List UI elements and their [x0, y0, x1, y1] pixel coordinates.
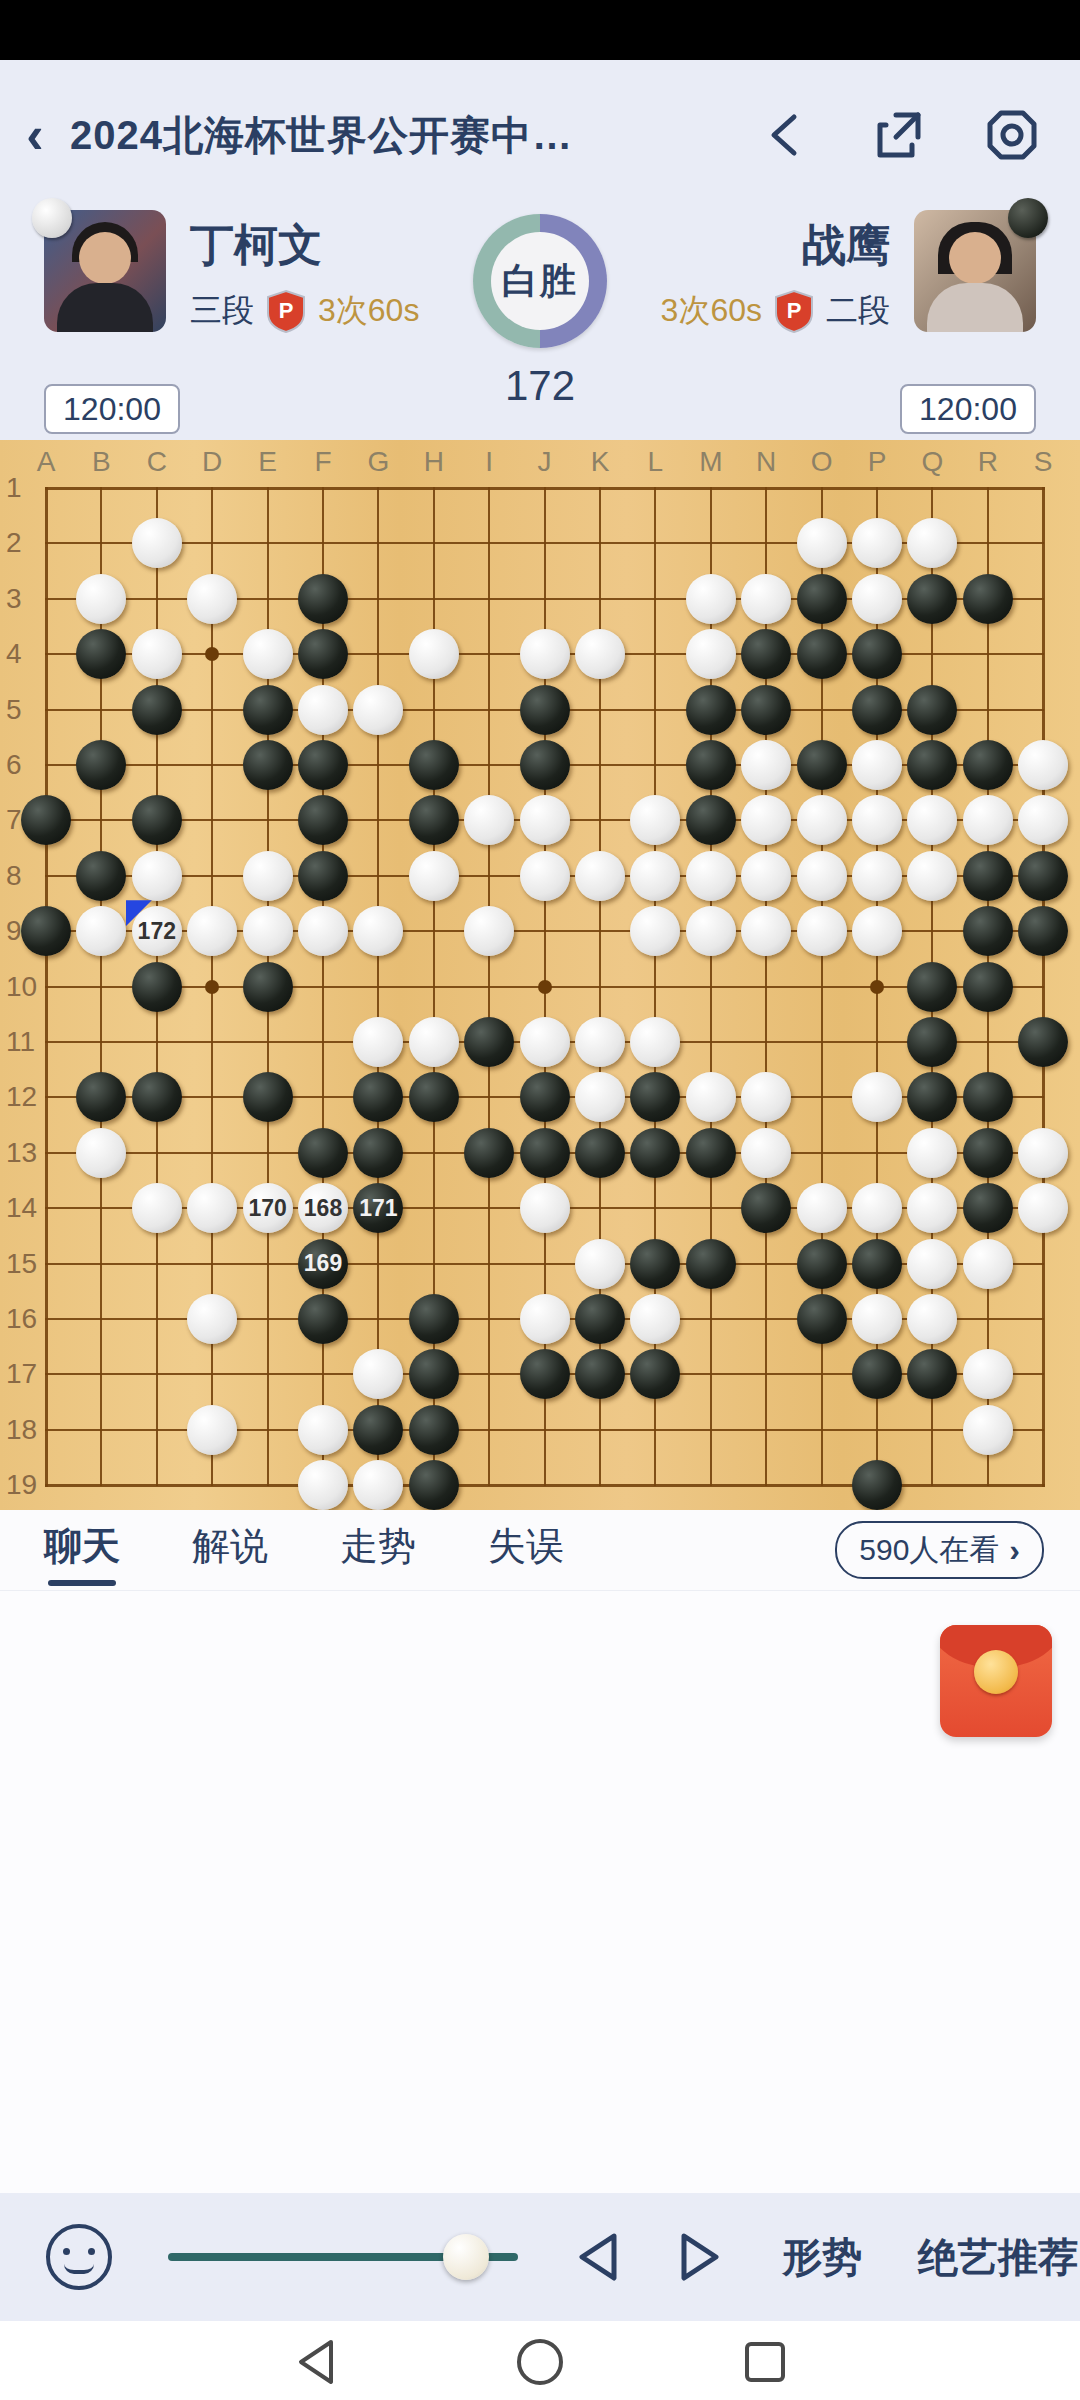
black-stone — [409, 1405, 459, 1455]
black-stone — [852, 1239, 902, 1289]
black-stone — [76, 629, 126, 679]
black-stone — [630, 1072, 680, 1122]
black-stone — [797, 1294, 847, 1344]
white-stone-badge — [32, 198, 72, 238]
coord-number: 14 — [6, 1192, 40, 1224]
white-stone — [298, 906, 348, 956]
white-stone — [520, 1294, 570, 1344]
shape-button[interactable]: 形势 — [782, 2230, 862, 2285]
white-stone — [243, 851, 293, 901]
coord-letter: S — [1034, 446, 1053, 478]
black-stone — [963, 906, 1013, 956]
black-stone — [963, 1183, 1013, 1233]
black-stone — [298, 629, 348, 679]
android-recents-icon[interactable] — [741, 2336, 789, 2388]
coord-number: 17 — [6, 1358, 40, 1390]
black-stone — [520, 685, 570, 735]
black-stone — [797, 629, 847, 679]
coord-number: 11 — [6, 1026, 40, 1058]
white-stone — [520, 1183, 570, 1233]
white-stone — [464, 906, 514, 956]
player-left-byoyomi: 3次60s — [318, 289, 419, 333]
black-stone — [243, 962, 293, 1012]
white-stone — [409, 629, 459, 679]
black-stone — [1018, 851, 1068, 901]
move-number-label: 170 — [248, 1197, 286, 1220]
white-stone — [686, 851, 736, 901]
tab-走势[interactable]: 走势 — [340, 1521, 416, 1580]
coord-letter: O — [811, 446, 833, 478]
black-stone — [797, 574, 847, 624]
black-stone — [1018, 1017, 1068, 1067]
control-bar: 形势 绝艺推荐 — [0, 2193, 1080, 2321]
white-stone — [575, 629, 625, 679]
player-right-timer: 120:00 — [900, 384, 1036, 434]
coord-letter: K — [591, 446, 610, 478]
black-stone — [907, 685, 957, 735]
white-stone: 168 — [298, 1183, 348, 1233]
black-stone — [630, 1128, 680, 1178]
coord-letter: Q — [922, 446, 944, 478]
page-title: 2024北海杯世界公开赛中… — [70, 108, 573, 163]
white-stone — [630, 851, 680, 901]
coord-number: 13 — [6, 1137, 40, 1169]
white-stone — [76, 1128, 126, 1178]
black-stone-badge — [1008, 198, 1048, 238]
move-number-label: 169 — [304, 1252, 342, 1275]
black-stone — [1018, 906, 1068, 956]
black-stone — [963, 851, 1013, 901]
white-stone — [797, 1183, 847, 1233]
ai-recommend-button[interactable]: 绝艺推荐 — [918, 2230, 1078, 2285]
white-stone — [852, 906, 902, 956]
black-stone — [630, 1349, 680, 1399]
coord-letter: N — [756, 446, 776, 478]
black-stone — [963, 962, 1013, 1012]
white-stone — [76, 906, 126, 956]
black-stone — [353, 1128, 403, 1178]
coord-letter: F — [314, 446, 331, 478]
white-stone — [187, 906, 237, 956]
move-count: 172 — [473, 362, 607, 410]
chevron-right-icon: › — [1009, 1532, 1020, 1569]
black-stone — [852, 685, 902, 735]
coord-number: 6 — [6, 749, 40, 781]
coord-letter: L — [648, 446, 664, 478]
white-stone — [630, 906, 680, 956]
black-stone — [243, 1072, 293, 1122]
player-left-avatar[interactable] — [44, 210, 166, 332]
black-stone — [298, 851, 348, 901]
coord-number: 1 — [6, 472, 40, 504]
white-stone — [353, 685, 403, 735]
white-stone — [353, 1017, 403, 1067]
black-stone — [409, 1349, 459, 1399]
white-stone — [741, 795, 791, 845]
white-stone — [353, 906, 403, 956]
black-stone — [852, 1460, 902, 1510]
white-stone — [741, 574, 791, 624]
coord-number: 12 — [6, 1081, 40, 1113]
move-number-label: 168 — [304, 1197, 342, 1220]
prev-move-button[interactable] — [572, 2230, 622, 2284]
black-stone — [686, 740, 736, 790]
black-stone — [520, 1349, 570, 1399]
white-stone — [520, 629, 570, 679]
white-stone — [741, 851, 791, 901]
result-label: 白胜 — [491, 232, 589, 330]
white-stone — [907, 795, 957, 845]
android-back-icon[interactable] — [291, 2336, 339, 2388]
white-stone — [575, 851, 625, 901]
slider-knob[interactable] — [443, 2234, 489, 2280]
white-stone — [630, 1017, 680, 1067]
coord-number: 15 — [6, 1248, 40, 1280]
white-stone — [520, 795, 570, 845]
black-stone — [575, 1128, 625, 1178]
black-stone — [353, 1405, 403, 1455]
svg-text:P: P — [279, 298, 294, 323]
white-stone — [1018, 740, 1068, 790]
white-stone — [963, 1239, 1013, 1289]
white-stone — [187, 574, 237, 624]
tab-bar: 聊天解说走势失误 590人在看 › — [0, 1510, 1080, 1591]
black-stone — [21, 795, 71, 845]
coord-letter: B — [92, 446, 111, 478]
black-stone — [132, 962, 182, 1012]
coord-letter: M — [699, 446, 722, 478]
player-left-timer: 120:00 — [44, 384, 180, 434]
white-stone — [797, 795, 847, 845]
move-number-label: 172 — [138, 920, 176, 943]
black-stone — [409, 1072, 459, 1122]
black-stone — [464, 1017, 514, 1067]
white-stone — [132, 851, 182, 901]
black-stone — [298, 740, 348, 790]
white-stone — [852, 740, 902, 790]
player-right-card: 战鹰 3次60s P 二段 — [637, 210, 1036, 333]
p-badge-icon: P — [266, 289, 306, 333]
white-stone — [575, 1017, 625, 1067]
black-stone — [575, 1349, 625, 1399]
coord-letter: R — [978, 446, 998, 478]
white-stone — [963, 795, 1013, 845]
black-stone — [907, 574, 957, 624]
android-nav-bar — [0, 2321, 1080, 2400]
white-stone — [741, 740, 791, 790]
white-stone — [907, 1294, 957, 1344]
white-stone — [298, 685, 348, 735]
black-stone — [575, 1294, 625, 1344]
white-stone — [852, 574, 902, 624]
white-stone — [76, 574, 126, 624]
black-stone — [520, 740, 570, 790]
black-stone — [409, 795, 459, 845]
player-left-name: 丁柯文 — [190, 216, 419, 275]
player-right-byoyomi: 3次60s — [661, 289, 762, 333]
black-stone — [686, 1239, 736, 1289]
player-left-card: 丁柯文 三段 P 3次60s — [44, 210, 443, 333]
coord-number: 5 — [6, 694, 40, 726]
white-stone — [907, 518, 957, 568]
white-stone — [1018, 795, 1068, 845]
white-stone — [852, 1294, 902, 1344]
red-envelope-icon[interactable] — [940, 1625, 1052, 1737]
back-icon[interactable]: ‹ — [0, 109, 70, 161]
coord-letter: J — [538, 446, 552, 478]
black-stone — [741, 685, 791, 735]
black-stone — [686, 795, 736, 845]
star-point — [205, 647, 219, 661]
emoji-icon[interactable] — [46, 2224, 112, 2290]
coord-letter: I — [485, 446, 493, 478]
white-stone — [852, 518, 902, 568]
black-stone — [963, 1072, 1013, 1122]
black-stone — [243, 740, 293, 790]
result-ring: 白胜 — [473, 214, 607, 348]
white-stone — [409, 851, 459, 901]
tab-解说[interactable]: 解说 — [192, 1521, 268, 1580]
white-stone — [741, 1072, 791, 1122]
coord-letter: C — [147, 446, 167, 478]
black-stone — [409, 1294, 459, 1344]
gold-coin-icon — [974, 1650, 1018, 1694]
white-stone — [963, 1349, 1013, 1399]
chat-area — [0, 1591, 1080, 2193]
white-stone — [520, 1017, 570, 1067]
white-stone — [353, 1460, 403, 1510]
black-stone — [132, 685, 182, 735]
white-stone — [797, 851, 847, 901]
coord-letter: E — [258, 446, 277, 478]
black-stone — [298, 574, 348, 624]
black-stone — [520, 1072, 570, 1122]
coord-number: 3 — [6, 583, 40, 615]
white-stone — [741, 906, 791, 956]
coord-letter: H — [424, 446, 444, 478]
board-line — [1042, 487, 1045, 1487]
coord-letter: D — [202, 446, 222, 478]
viewers-pill[interactable]: 590人在看 › — [835, 1521, 1044, 1579]
black-stone: 171 — [353, 1183, 403, 1233]
white-stone — [852, 1183, 902, 1233]
white-stone — [298, 1460, 348, 1510]
coord-number: 19 — [6, 1469, 40, 1501]
white-stone — [797, 518, 847, 568]
white-stone — [187, 1405, 237, 1455]
player-right-rank: 二段 — [826, 289, 890, 333]
white-stone — [132, 629, 182, 679]
black-stone — [21, 906, 71, 956]
black-stone — [686, 1128, 736, 1178]
coord-number: 16 — [6, 1303, 40, 1335]
black-stone — [907, 740, 957, 790]
white-stone — [686, 1072, 736, 1122]
go-board[interactable]: ABCDEFGHIJKLMNOPQRS123456789101112131415… — [0, 440, 1080, 1510]
black-stone — [907, 1349, 957, 1399]
black-stone — [686, 685, 736, 735]
viewers-count: 590人在看 — [859, 1530, 999, 1571]
star-point — [538, 980, 552, 994]
white-stone — [852, 795, 902, 845]
white-stone — [464, 795, 514, 845]
white-stone — [1018, 1128, 1068, 1178]
black-stone — [852, 1349, 902, 1399]
black-stone — [76, 851, 126, 901]
coord-letter: P — [868, 446, 887, 478]
black-stone — [907, 1017, 957, 1067]
white-stone — [630, 1294, 680, 1344]
white-stone — [187, 1294, 237, 1344]
tab-失误[interactable]: 失误 — [488, 1521, 564, 1580]
white-stone — [353, 1349, 403, 1399]
white-stone: 172 — [132, 906, 182, 956]
white-stone — [797, 906, 847, 956]
white-stone: 170 — [243, 1183, 293, 1233]
star-point — [870, 980, 884, 994]
black-stone — [132, 795, 182, 845]
black-stone — [630, 1239, 680, 1289]
black-stone — [409, 1460, 459, 1510]
black-stone — [797, 1239, 847, 1289]
coord-number: 2 — [6, 527, 40, 559]
white-stone — [409, 1017, 459, 1067]
star-point — [205, 980, 219, 994]
coord-number: 8 — [6, 860, 40, 892]
black-stone — [852, 629, 902, 679]
black-stone — [797, 740, 847, 790]
white-stone — [575, 1239, 625, 1289]
white-stone — [1018, 1183, 1068, 1233]
android-home-icon[interactable] — [514, 2336, 566, 2388]
record-icon[interactable] — [984, 107, 1040, 163]
white-stone — [243, 906, 293, 956]
white-stone — [686, 629, 736, 679]
black-stone — [132, 1072, 182, 1122]
black-stone — [409, 740, 459, 790]
svg-text:P: P — [787, 298, 802, 323]
chevron-left-icon[interactable] — [756, 107, 812, 163]
white-stone — [132, 518, 182, 568]
black-stone — [298, 1128, 348, 1178]
black-stone — [963, 1128, 1013, 1178]
players-panel: 丁柯文 三段 P 3次60s 白胜 172 战鹰 3 — [0, 210, 1080, 440]
black-stone — [353, 1072, 403, 1122]
white-stone — [630, 795, 680, 845]
black-stone — [741, 629, 791, 679]
white-stone — [575, 1072, 625, 1122]
result-indicator: 白胜 172 — [473, 214, 607, 410]
header: ‹ 2024北海杯世界公开赛中… — [0, 60, 1080, 210]
next-move-button[interactable] — [676, 2230, 726, 2284]
black-stone — [520, 1128, 570, 1178]
move-slider[interactable] — [168, 2235, 518, 2279]
black-stone — [76, 1072, 126, 1122]
status-bar — [0, 0, 1080, 60]
black-stone: 169 — [298, 1239, 348, 1289]
tab-聊天[interactable]: 聊天 — [44, 1521, 120, 1580]
black-stone — [298, 795, 348, 845]
white-stone — [852, 1072, 902, 1122]
black-stone — [464, 1128, 514, 1178]
white-stone — [686, 574, 736, 624]
white-stone — [963, 1405, 1013, 1455]
black-stone — [907, 962, 957, 1012]
player-right-avatar[interactable] — [914, 210, 1036, 332]
black-stone — [243, 685, 293, 735]
white-stone — [520, 851, 570, 901]
white-stone — [741, 1128, 791, 1178]
player-right-name: 战鹰 — [802, 216, 890, 275]
black-stone — [741, 1183, 791, 1233]
black-stone — [963, 740, 1013, 790]
white-stone — [907, 1128, 957, 1178]
coord-number: 4 — [6, 638, 40, 670]
black-stone — [907, 1072, 957, 1122]
white-stone — [907, 1239, 957, 1289]
player-left-rank: 三段 — [190, 289, 254, 333]
coord-number: 18 — [6, 1414, 40, 1446]
p-badge-icon: P — [774, 289, 814, 333]
coord-letter: G — [368, 446, 390, 478]
black-stone — [963, 574, 1013, 624]
black-stone — [298, 1294, 348, 1344]
black-stone — [76, 740, 126, 790]
move-number-label: 171 — [359, 1197, 397, 1220]
coord-number: 10 — [6, 971, 40, 1003]
share-icon[interactable] — [870, 107, 926, 163]
white-stone — [686, 906, 736, 956]
white-stone — [132, 1183, 182, 1233]
white-stone — [187, 1183, 237, 1233]
white-stone — [298, 1405, 348, 1455]
white-stone — [907, 1183, 957, 1233]
white-stone — [243, 629, 293, 679]
white-stone — [907, 851, 957, 901]
white-stone — [852, 851, 902, 901]
